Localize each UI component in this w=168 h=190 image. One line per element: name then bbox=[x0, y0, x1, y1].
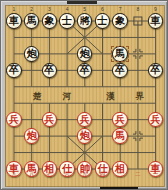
piece-black-soldier[interactable]: 卒 bbox=[76, 62, 94, 78]
black-soldier-disc: 卒 bbox=[77, 63, 93, 79]
black-chariot-disc: 車 bbox=[6, 13, 22, 29]
black-horse-disc: 馬 bbox=[112, 46, 128, 62]
piece-black-horse[interactable]: 馬 bbox=[23, 13, 41, 29]
xiangqi-board[interactable]: 123456789 楚 河 漢 界 車馬象士將士象車炮炮馬卒卒卒卒卒兵兵兵兵兵炮… bbox=[5, 5, 165, 187]
red-soldier-disc: 兵 bbox=[42, 112, 58, 128]
piece-red-soldier[interactable]: 兵 bbox=[5, 111, 23, 127]
black-soldier-disc: 卒 bbox=[6, 63, 22, 79]
piece-red-horse[interactable]: 馬 bbox=[23, 161, 41, 177]
xiangqi-window: 123456789 楚 河 漢 界 車馬象士將士象車炮炮馬卒卒卒卒卒兵兵兵兵兵炮… bbox=[0, 0, 168, 190]
red-soldier-disc: 兵 bbox=[148, 112, 164, 128]
piece-black-chariot[interactable]: 車 bbox=[5, 13, 23, 29]
piece-black-elephant[interactable]: 象 bbox=[41, 13, 59, 29]
piece-red-soldier[interactable]: 兵 bbox=[147, 111, 165, 127]
black-soldier-disc: 卒 bbox=[42, 63, 58, 79]
piece-red-elephant[interactable]: 相 bbox=[111, 161, 129, 177]
black-general-disc: 將 bbox=[77, 13, 93, 29]
black-horse-disc: 馬 bbox=[24, 13, 40, 29]
piece-red-cannon[interactable]: 炮 bbox=[76, 128, 94, 144]
black-advisor-disc: 士 bbox=[95, 13, 111, 29]
piece-grid: 車馬象士將士象車炮炮馬卒卒卒卒卒兵兵兵兵兵炮炮馬車馬相仕帥仕相車 bbox=[5, 13, 164, 177]
piece-black-general[interactable]: 將 bbox=[76, 13, 94, 29]
piece-red-cannon[interactable]: 炮 bbox=[23, 128, 41, 144]
red-elephant-disc: 相 bbox=[112, 161, 128, 177]
piece-black-advisor[interactable]: 士 bbox=[58, 13, 76, 29]
red-advisor-disc: 仕 bbox=[95, 161, 111, 177]
black-cannon-disc: 炮 bbox=[77, 46, 93, 62]
red-soldier-disc: 兵 bbox=[112, 112, 128, 128]
piece-red-soldier[interactable]: 兵 bbox=[111, 111, 129, 127]
red-chariot-disc: 車 bbox=[6, 161, 22, 177]
black-cannon-disc: 炮 bbox=[24, 46, 40, 62]
piece-black-horse[interactable]: 馬 bbox=[111, 46, 129, 62]
red-general-disc: 帥 bbox=[77, 161, 93, 177]
piece-red-horse[interactable]: 馬 bbox=[111, 128, 129, 144]
red-advisor-disc: 仕 bbox=[59, 161, 75, 177]
black-soldier-disc: 卒 bbox=[112, 63, 128, 79]
piece-black-elephant[interactable]: 象 bbox=[111, 13, 129, 29]
black-advisor-disc: 士 bbox=[59, 13, 75, 29]
red-cannon-disc: 炮 bbox=[24, 128, 40, 144]
red-horse-disc: 馬 bbox=[112, 128, 128, 144]
piece-black-soldier[interactable]: 卒 bbox=[41, 62, 59, 78]
piece-red-soldier[interactable]: 兵 bbox=[76, 111, 94, 127]
black-chariot-disc: 車 bbox=[148, 13, 164, 29]
piece-black-soldier[interactable]: 卒 bbox=[5, 62, 23, 78]
red-horse-disc: 馬 bbox=[24, 161, 40, 177]
piece-black-cannon[interactable]: 炮 bbox=[23, 46, 41, 62]
piece-black-cannon[interactable]: 炮 bbox=[76, 46, 94, 62]
piece-red-advisor[interactable]: 仕 bbox=[94, 161, 112, 177]
black-soldier-disc: 卒 bbox=[148, 63, 164, 79]
red-chariot-disc: 車 bbox=[148, 161, 164, 177]
piece-red-chariot[interactable]: 車 bbox=[147, 161, 165, 177]
piece-black-soldier[interactable]: 卒 bbox=[147, 62, 165, 78]
cropped-text-fragment-top bbox=[67, 1, 97, 4]
red-soldier-disc: 兵 bbox=[6, 112, 22, 128]
piece-red-soldier[interactable]: 兵 bbox=[41, 111, 59, 127]
black-elephant-disc: 象 bbox=[42, 13, 58, 29]
piece-red-elephant[interactable]: 相 bbox=[41, 161, 59, 177]
piece-red-general[interactable]: 帥 bbox=[76, 161, 94, 177]
red-elephant-disc: 相 bbox=[42, 161, 58, 177]
cropped-text-fragment-bottom bbox=[100, 187, 138, 190]
red-cannon-disc: 炮 bbox=[77, 128, 93, 144]
piece-black-advisor[interactable]: 士 bbox=[94, 13, 112, 29]
red-soldier-disc: 兵 bbox=[77, 112, 93, 128]
piece-black-chariot[interactable]: 車 bbox=[147, 13, 165, 29]
piece-red-advisor[interactable]: 仕 bbox=[58, 161, 76, 177]
piece-red-chariot[interactable]: 車 bbox=[5, 161, 23, 177]
piece-black-soldier[interactable]: 卒 bbox=[111, 62, 129, 78]
black-elephant-disc: 象 bbox=[112, 13, 128, 29]
